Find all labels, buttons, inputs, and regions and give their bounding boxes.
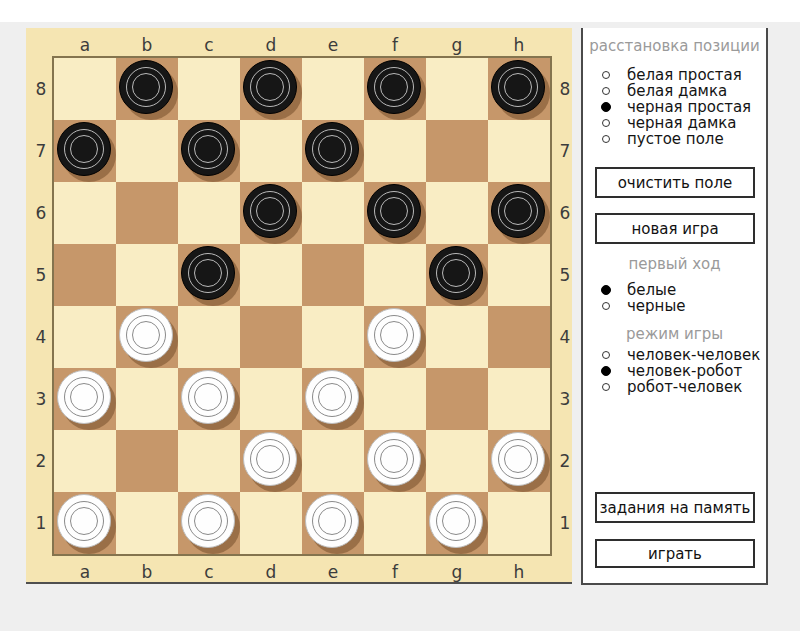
square-e8[interactable] [302, 58, 364, 120]
rank-label-4: 4 [552, 306, 578, 368]
rank-label-6: 6 [552, 182, 578, 244]
white-man-e3[interactable] [305, 370, 359, 424]
file-label-c: c [178, 35, 240, 55]
square-g8[interactable] [426, 58, 488, 120]
first-move-group-title: первый ход [583, 255, 766, 273]
file-label-g: g [426, 35, 488, 55]
black-man-f8[interactable] [367, 60, 421, 114]
file-label-e: e [302, 562, 364, 582]
square-e4[interactable] [302, 306, 364, 368]
game-mode-radio-group: человек-человекчеловек-роботробот-челове… [583, 347, 766, 395]
square-g7[interactable] [426, 120, 488, 182]
file-label-b: b [116, 562, 178, 582]
square-e6[interactable] [302, 182, 364, 244]
square-e5[interactable] [302, 244, 364, 306]
square-h2[interactable] [488, 430, 550, 492]
rank-labels-right: 87654321 [552, 58, 578, 554]
square-d1[interactable] [240, 492, 302, 554]
square-c6[interactable] [178, 182, 240, 244]
square-e1[interactable] [302, 492, 364, 554]
setup-radio-icon-4[interactable] [602, 135, 610, 143]
piece-ring [380, 73, 408, 101]
square-g6[interactable] [426, 182, 488, 244]
mode-radio-icon-2[interactable] [602, 383, 610, 391]
square-c5[interactable] [178, 244, 240, 306]
square-c8[interactable] [178, 58, 240, 120]
black-man-h8[interactable] [491, 60, 545, 114]
square-f3[interactable] [364, 368, 426, 430]
file-labels-bottom: abcdefgh [54, 562, 550, 582]
black-man-d6[interactable] [243, 184, 297, 238]
square-h3[interactable] [488, 368, 550, 430]
file-label-b: b [116, 35, 178, 55]
square-e2[interactable] [302, 430, 364, 492]
first_move-radio-icon-0-selected[interactable] [601, 285, 611, 295]
board-panel: abcdefgh abcdefgh 87654321 87654321 [26, 28, 572, 584]
piece-ring [380, 445, 408, 473]
square-f4[interactable] [364, 306, 426, 368]
square-c7[interactable] [178, 120, 240, 182]
square-b4[interactable] [116, 306, 178, 368]
piece-ring [442, 259, 470, 287]
new-game-button[interactable]: новая игра [595, 213, 755, 244]
square-e3[interactable] [302, 368, 364, 430]
square-h7[interactable] [488, 120, 550, 182]
white-man-a1[interactable] [57, 494, 111, 548]
white-man-e1[interactable] [305, 494, 359, 548]
white-man-d2[interactable] [243, 432, 297, 486]
square-h1[interactable] [488, 492, 550, 554]
setup-radio-icon-2-selected[interactable] [601, 102, 611, 112]
square-f5[interactable] [364, 244, 426, 306]
piece-ring [504, 73, 532, 101]
rank-label-2: 2 [552, 430, 578, 492]
piece-ring [70, 383, 98, 411]
square-a5[interactable] [54, 244, 116, 306]
square-a1[interactable] [54, 492, 116, 554]
piece-ring [256, 73, 284, 101]
file-label-e: e [302, 35, 364, 55]
square-b2[interactable] [116, 430, 178, 492]
piece-ring [504, 197, 532, 225]
piece-ring [318, 383, 346, 411]
setup-option-0[interactable]: белая простая [583, 67, 766, 83]
square-a4[interactable] [54, 306, 116, 368]
square-b6[interactable] [116, 182, 178, 244]
square-d2[interactable] [240, 430, 302, 492]
file-label-d: d [240, 562, 302, 582]
first_move-option-0[interactable]: белые [583, 282, 766, 298]
black-man-a7[interactable] [57, 122, 111, 176]
square-d3[interactable] [240, 368, 302, 430]
black-man-c5[interactable] [181, 246, 235, 300]
file-label-d: d [240, 35, 302, 55]
file-label-f: f [364, 35, 426, 55]
square-g1[interactable] [426, 492, 488, 554]
rank-label-3: 3 [552, 368, 578, 430]
rank-label-7: 7 [552, 120, 578, 182]
clear-board-button[interactable]: очистить поле [595, 167, 755, 198]
square-d8[interactable] [240, 58, 302, 120]
square-a7[interactable] [54, 120, 116, 182]
square-b7[interactable] [116, 120, 178, 182]
file-label-f: f [364, 562, 426, 582]
first-move-radio-group: белыечерные [583, 282, 766, 314]
rank-labels-left: 87654321 [28, 58, 54, 554]
square-g5[interactable] [426, 244, 488, 306]
page-top-strip [0, 0, 800, 22]
piece-ring [256, 445, 284, 473]
game-mode-group-title: режим игры [583, 325, 766, 343]
file-label-g: g [426, 562, 488, 582]
square-e7[interactable] [302, 120, 364, 182]
mode-radio-icon-0[interactable] [602, 351, 610, 359]
black-man-e7[interactable] [305, 122, 359, 176]
first_move-option-1[interactable]: черные [583, 298, 766, 314]
rank-label-6: 6 [28, 182, 54, 244]
piece-ring [132, 73, 160, 101]
checkers-board [52, 56, 552, 556]
piece-ring [132, 321, 160, 349]
white-man-b4[interactable] [119, 308, 173, 362]
setup-option-label-4[interactable]: пустое поле [627, 130, 724, 148]
square-g3[interactable] [426, 368, 488, 430]
rank-label-5: 5 [28, 244, 54, 306]
square-d6[interactable] [240, 182, 302, 244]
piece-ring [256, 197, 284, 225]
piece-ring [318, 135, 346, 163]
square-a6[interactable] [54, 182, 116, 244]
black-man-f6[interactable] [367, 184, 421, 238]
setup-radio-icon-3[interactable] [602, 119, 610, 127]
piece-ring [380, 321, 408, 349]
first_move-option-label-1[interactable]: черные [627, 297, 686, 315]
setup-option-4[interactable]: пустое поле [583, 131, 766, 147]
setup-option-2[interactable]: черная простая [583, 99, 766, 115]
square-f7[interactable] [364, 120, 426, 182]
white-man-f4[interactable] [367, 308, 421, 362]
file-label-a: a [54, 35, 116, 55]
black-man-h6[interactable] [491, 184, 545, 238]
square-f8[interactable] [364, 58, 426, 120]
square-c3[interactable] [178, 368, 240, 430]
white-man-g1[interactable] [429, 494, 483, 548]
mode-option-label-2[interactable]: робот-человек [627, 378, 742, 396]
black-man-c7[interactable] [181, 122, 235, 176]
square-f1[interactable] [364, 492, 426, 554]
square-h6[interactable] [488, 182, 550, 244]
piece-ring [380, 197, 408, 225]
square-a8[interactable] [54, 58, 116, 120]
piece-ring [70, 507, 98, 535]
square-f6[interactable] [364, 182, 426, 244]
piece-ring [504, 445, 532, 473]
piece-ring [194, 383, 222, 411]
rank-label-2: 2 [28, 430, 54, 492]
mode-option-2[interactable]: робот-человек [583, 379, 766, 395]
square-c2[interactable] [178, 430, 240, 492]
square-h8[interactable] [488, 58, 550, 120]
square-h5[interactable] [488, 244, 550, 306]
file-label-c: c [178, 562, 240, 582]
setup-radio-icon-0[interactable] [602, 71, 610, 79]
piece-ring [318, 507, 346, 535]
mode-radio-icon-1-selected[interactable] [601, 366, 611, 376]
file-labels-top: abcdefgh [54, 35, 550, 55]
white-man-c3[interactable] [181, 370, 235, 424]
memory-tasks-button[interactable]: задания на память [595, 492, 755, 523]
white-man-f2[interactable] [367, 432, 421, 486]
file-label-h: h [488, 35, 550, 55]
rank-label-8: 8 [552, 58, 578, 120]
mode-option-0[interactable]: человек-человек [583, 347, 766, 363]
square-b8[interactable] [116, 58, 178, 120]
square-b3[interactable] [116, 368, 178, 430]
piece-ring [194, 507, 222, 535]
square-c4[interactable] [178, 306, 240, 368]
rank-label-7: 7 [28, 120, 54, 182]
black-man-g5[interactable] [429, 246, 483, 300]
rank-label-5: 5 [552, 244, 578, 306]
rank-label-4: 4 [28, 306, 54, 368]
file-label-a: a [54, 562, 116, 582]
piece-ring [194, 259, 222, 287]
square-g4[interactable] [426, 306, 488, 368]
white-man-c1[interactable] [181, 494, 235, 548]
square-g2[interactable] [426, 430, 488, 492]
rank-label-1: 1 [552, 492, 578, 554]
rank-label-8: 8 [28, 58, 54, 120]
rank-label-3: 3 [28, 368, 54, 430]
square-a3[interactable] [54, 368, 116, 430]
play-button[interactable]: играть [595, 539, 755, 568]
piece-ring [70, 135, 98, 163]
square-b1[interactable] [116, 492, 178, 554]
square-b5[interactable] [116, 244, 178, 306]
setup-option-3[interactable]: черная дамка [583, 115, 766, 131]
square-h4[interactable] [488, 306, 550, 368]
white-man-a3[interactable] [57, 370, 111, 424]
piece-ring [442, 507, 470, 535]
setup-group-title: расстановка позиции [583, 37, 766, 55]
square-c1[interactable] [178, 492, 240, 554]
square-d5[interactable] [240, 244, 302, 306]
control-panel: расстановка позиции белая простаябелая д… [581, 28, 768, 585]
setup-radio-icon-1[interactable] [602, 87, 610, 95]
piece-ring [194, 135, 222, 163]
square-d7[interactable] [240, 120, 302, 182]
file-label-h: h [488, 562, 550, 582]
setup-option-1[interactable]: белая дамка [583, 83, 766, 99]
rank-label-1: 1 [28, 492, 54, 554]
first_move-radio-icon-1[interactable] [602, 302, 610, 310]
square-f2[interactable] [364, 430, 426, 492]
white-man-h2[interactable] [491, 432, 545, 486]
black-man-d8[interactable] [243, 60, 297, 114]
square-d4[interactable] [240, 306, 302, 368]
black-man-b8[interactable] [119, 60, 173, 114]
mode-option-1[interactable]: человек-робот [583, 363, 766, 379]
square-a2[interactable] [54, 430, 116, 492]
setup-radio-group: белая простаябелая дамкачерная простаяче… [583, 67, 766, 147]
